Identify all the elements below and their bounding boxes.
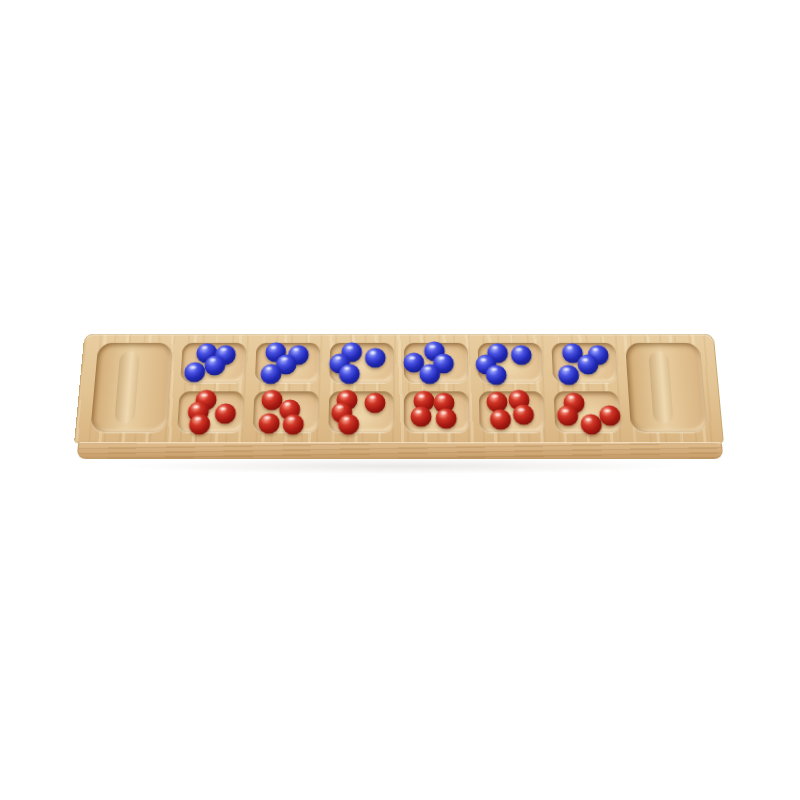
- blue-marble: [364, 348, 385, 368]
- blue-marble: [577, 355, 599, 375]
- board-shadow: [117, 458, 684, 474]
- red-marble: [410, 406, 431, 427]
- top-pit-5[interactable]: [478, 343, 544, 383]
- red-marble: [283, 414, 305, 435]
- board-top-surface: [74, 334, 724, 444]
- board-grid: [75, 334, 723, 442]
- top-pit-1[interactable]: [180, 343, 246, 383]
- bottom-pit-1[interactable]: [177, 391, 244, 432]
- left-store: [90, 343, 173, 432]
- red-marble: [189, 414, 211, 435]
- red-marble: [364, 393, 385, 413]
- blue-marble: [558, 365, 580, 385]
- blue-marble: [204, 355, 226, 375]
- blue-marble: [511, 345, 532, 365]
- board-front-edge: [77, 442, 724, 459]
- red-marble: [337, 414, 358, 435]
- bottom-pit-6[interactable]: [554, 391, 621, 432]
- bottom-pit-4[interactable]: [404, 391, 470, 432]
- top-pit-4[interactable]: [404, 343, 469, 383]
- red-marble: [435, 408, 456, 429]
- right-store: [625, 343, 708, 432]
- blue-marble: [260, 364, 282, 384]
- red-marble: [490, 410, 512, 431]
- bottom-pit-5[interactable]: [479, 391, 546, 432]
- blue-marble: [486, 365, 507, 385]
- bottom-pit-2[interactable]: [253, 391, 320, 432]
- bottom-pit-3[interactable]: [328, 391, 394, 432]
- blue-marble: [338, 364, 359, 384]
- red-marble: [599, 406, 621, 427]
- mancala-board: [73, 334, 728, 460]
- red-marble: [513, 405, 535, 426]
- blue-marble: [419, 364, 440, 384]
- blue-marble: [184, 362, 206, 382]
- mancala-scene: [78, 330, 722, 460]
- red-marble: [258, 413, 280, 434]
- red-marble: [214, 404, 236, 425]
- top-pit-6[interactable]: [551, 343, 617, 383]
- top-pit-3[interactable]: [329, 343, 394, 383]
- top-pit-2[interactable]: [255, 343, 321, 383]
- red-marble: [557, 406, 579, 427]
